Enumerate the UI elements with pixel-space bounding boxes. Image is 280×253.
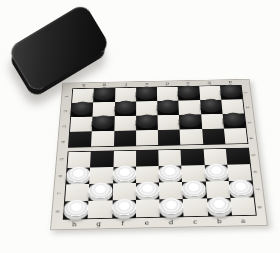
black-checker-piece (157, 99, 180, 113)
square-c3 (179, 114, 202, 129)
square-e1 (136, 87, 157, 101)
file-label: a (231, 216, 256, 227)
square-e7 (136, 182, 160, 199)
square-f6 (113, 167, 136, 184)
square-f3 (114, 116, 136, 131)
black-checker-piece (92, 115, 115, 129)
file-label: e (135, 218, 159, 229)
white-checker-piece (135, 181, 159, 198)
square-d8 (159, 199, 183, 217)
square-h4 (69, 131, 92, 147)
square-b8 (207, 198, 232, 216)
black-checker-piece (114, 100, 136, 114)
white-checker-piece (88, 182, 113, 199)
square-a1 (220, 85, 243, 99)
square-b6 (204, 165, 228, 182)
white-checker-piece (112, 165, 136, 181)
white-checker-piece (204, 163, 229, 179)
black-checker-piece (177, 85, 199, 99)
square-c1 (178, 86, 200, 100)
square-f2 (114, 101, 136, 116)
black-checker-piece (222, 112, 246, 126)
white-checker-piece (228, 179, 254, 196)
black-checker-piece (71, 101, 94, 115)
white-checker-piece (158, 164, 182, 180)
square-c5 (181, 149, 205, 165)
black-checker-piece (136, 114, 159, 128)
square-e3 (136, 115, 158, 130)
file-label: d (159, 217, 183, 228)
square-e8 (136, 199, 160, 217)
square-d3 (158, 115, 180, 130)
square-g5 (90, 151, 113, 167)
white-checker-piece (159, 197, 184, 214)
square-g3 (92, 116, 114, 131)
file-label: g (86, 219, 111, 230)
board-top-half (68, 85, 248, 148)
white-checker-piece (206, 196, 232, 213)
square-b4 (202, 129, 225, 145)
square-h2 (71, 102, 93, 117)
black-checker-piece (136, 86, 158, 100)
square-f4 (114, 130, 136, 146)
square-c7 (182, 181, 206, 198)
square-e5 (136, 150, 159, 166)
piece-storage-box (7, 3, 111, 94)
square-b2 (200, 100, 223, 115)
black-checker-piece (179, 113, 202, 127)
square-a7 (229, 181, 254, 198)
scene: hgfedcba 12345678 12345678 hgfedcba (0, 0, 280, 253)
square-g8 (88, 200, 112, 218)
white-checker-piece (182, 180, 207, 197)
square-d4 (158, 130, 181, 146)
black-checker-piece (219, 84, 242, 98)
file-label: b (207, 216, 232, 227)
square-b3 (201, 114, 224, 129)
square-h3 (70, 117, 93, 132)
black-checker-piece (93, 87, 115, 101)
white-checker-piece (64, 199, 89, 216)
square-h6 (66, 168, 90, 185)
square-f8 (112, 200, 136, 218)
square-e4 (136, 130, 158, 146)
file-label: f (111, 218, 135, 229)
square-a5 (226, 148, 250, 164)
board-bottom-half (63, 148, 257, 220)
black-checker-piece (199, 98, 222, 112)
square-c8 (183, 198, 208, 216)
file-label: c (183, 217, 208, 228)
square-g1 (93, 88, 115, 102)
square-a4 (224, 128, 248, 144)
checkers-board: hgfedcba 12345678 12345678 hgfedcba (50, 79, 268, 230)
square-a3 (222, 113, 245, 128)
square-g4 (91, 131, 114, 147)
square-d2 (157, 101, 179, 116)
square-a8 (230, 197, 256, 215)
square-h8 (64, 201, 89, 219)
white-checker-piece (66, 166, 91, 182)
file-label: h (62, 219, 87, 230)
white-checker-piece (111, 198, 136, 215)
square-c4 (180, 129, 203, 145)
square-g7 (89, 183, 113, 200)
square-d6 (159, 166, 183, 183)
